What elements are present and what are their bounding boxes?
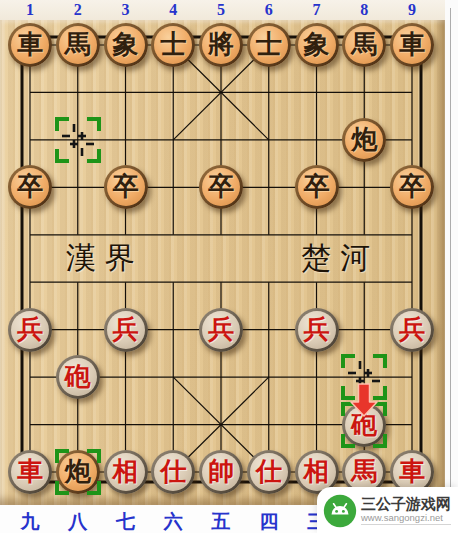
piece-black-卒[interactable]: 卒 xyxy=(8,165,52,209)
piece-glyph: 馬 xyxy=(345,26,383,64)
piece-glyph: 士 xyxy=(154,26,192,64)
piece-black-象[interactable]: 象 xyxy=(295,23,339,67)
piece-red-砲[interactable]: 砲 xyxy=(56,355,100,399)
piece-glyph: 將 xyxy=(202,26,240,64)
piece-glyph: 仕 xyxy=(154,453,192,491)
piece-glyph: 卒 xyxy=(11,168,49,206)
piece-black-士[interactable]: 士 xyxy=(247,23,291,67)
piece-black-馬[interactable]: 馬 xyxy=(56,23,100,67)
file-label-bottom-6: 四 xyxy=(254,509,284,533)
piece-glyph: 砲 xyxy=(59,358,97,396)
piece-glyph: 相 xyxy=(107,453,145,491)
piece-glyph: 炮 xyxy=(59,453,97,491)
piece-glyph: 仕 xyxy=(250,453,288,491)
watermark-site-name: 三公子游戏网 xyxy=(361,495,451,512)
file-label-top-8: 8 xyxy=(352,0,376,20)
file-label-top-6: 6 xyxy=(257,0,281,20)
piece-glyph: 兵 xyxy=(11,311,49,349)
piece-glyph: 馬 xyxy=(59,26,97,64)
piece-red-仕[interactable]: 仕 xyxy=(151,450,195,494)
piece-glyph: 象 xyxy=(298,26,336,64)
piece-glyph: 卒 xyxy=(298,168,336,206)
file-label-bottom-5: 五 xyxy=(206,509,236,533)
sangongzi-logo-icon xyxy=(323,494,357,528)
piece-black-車[interactable]: 車 xyxy=(390,23,434,67)
file-label-top-5: 5 xyxy=(209,0,233,20)
piece-glyph: 車 xyxy=(393,26,431,64)
file-label-top-7: 7 xyxy=(305,0,329,20)
piece-glyph: 兵 xyxy=(298,311,336,349)
piece-glyph: 炮 xyxy=(345,121,383,159)
piece-black-將[interactable]: 將 xyxy=(199,23,243,67)
river-label-hanjie: 漢界 xyxy=(66,238,144,279)
piece-black-卒[interactable]: 卒 xyxy=(104,165,148,209)
file-label-top-3: 3 xyxy=(114,0,138,20)
piece-glyph: 車 xyxy=(11,453,49,491)
piece-glyph: 兵 xyxy=(393,311,431,349)
piece-glyph: 馬 xyxy=(345,453,383,491)
top-file-labels: 123456789 xyxy=(0,0,458,20)
piece-black-車[interactable]: 車 xyxy=(8,23,52,67)
file-label-bottom-3: 七 xyxy=(111,509,141,533)
piece-black-卒[interactable]: 卒 xyxy=(390,165,434,209)
file-label-bottom-4: 六 xyxy=(158,509,188,533)
piece-glyph: 士 xyxy=(250,26,288,64)
piece-glyph: 帥 xyxy=(202,453,240,491)
piece-red-兵[interactable]: 兵 xyxy=(295,308,339,352)
piece-black-卒[interactable]: 卒 xyxy=(295,165,339,209)
piece-glyph: 相 xyxy=(298,453,336,491)
piece-glyph: 卒 xyxy=(393,168,431,206)
file-label-top-4: 4 xyxy=(161,0,185,20)
file-label-bottom-1: 九 xyxy=(15,509,45,533)
file-label-top-2: 2 xyxy=(66,0,90,20)
page-right-margin xyxy=(445,0,458,533)
piece-red-相[interactable]: 相 xyxy=(104,450,148,494)
piece-red-兵[interactable]: 兵 xyxy=(104,308,148,352)
page-border-line xyxy=(450,8,451,533)
piece-black-卒[interactable]: 卒 xyxy=(199,165,243,209)
river-label-chuhe: 楚河 xyxy=(301,238,379,279)
piece-red-兵[interactable]: 兵 xyxy=(199,308,243,352)
piece-glyph: 卒 xyxy=(107,168,145,206)
piece-red-仕[interactable]: 仕 xyxy=(247,450,291,494)
xiangqi-game-page: 123456789 漢界 楚河 車馬象士將士象馬車炮卒卒卒卒卒兵兵兵兵兵砲砲車炮… xyxy=(0,0,458,533)
watermark-site-url: www.sangongzi.net xyxy=(361,513,451,525)
piece-black-馬[interactable]: 馬 xyxy=(342,23,386,67)
file-label-top-1: 1 xyxy=(18,0,42,20)
piece-red-車[interactable]: 車 xyxy=(8,450,52,494)
piece-glyph: 車 xyxy=(11,26,49,64)
piece-black-炮[interactable]: 炮 xyxy=(56,450,100,494)
piece-black-炮[interactable]: 炮 xyxy=(342,118,386,162)
piece-black-象[interactable]: 象 xyxy=(104,23,148,67)
file-label-bottom-2: 八 xyxy=(63,509,93,533)
piece-red-砲[interactable]: 砲 xyxy=(342,403,386,447)
watermark-badge: 三公子游戏网 www.sangongzi.net xyxy=(317,487,458,533)
piece-glyph: 象 xyxy=(107,26,145,64)
piece-glyph: 砲 xyxy=(345,406,383,444)
piece-glyph: 卒 xyxy=(202,168,240,206)
piece-black-士[interactable]: 士 xyxy=(151,23,195,67)
piece-red-帥[interactable]: 帥 xyxy=(199,450,243,494)
piece-glyph: 兵 xyxy=(107,311,145,349)
piece-red-兵[interactable]: 兵 xyxy=(390,308,434,352)
piece-glyph: 兵 xyxy=(202,311,240,349)
file-label-top-9: 9 xyxy=(400,0,424,20)
piece-glyph: 車 xyxy=(393,453,431,491)
watermark-text: 三公子游戏网 www.sangongzi.net xyxy=(361,495,451,524)
piece-red-兵[interactable]: 兵 xyxy=(8,308,52,352)
